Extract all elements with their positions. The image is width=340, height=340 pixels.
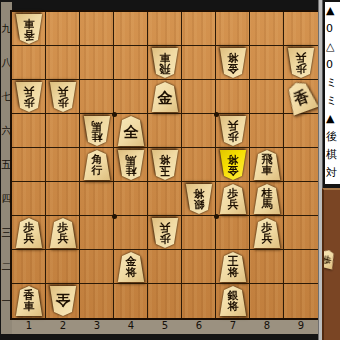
square-4-4[interactable] xyxy=(114,182,148,216)
piece-glyph: 兵 xyxy=(262,233,273,244)
info-line: 後 xyxy=(325,128,340,146)
piece-glyph: 将 xyxy=(228,301,239,312)
square-2-5[interactable] xyxy=(46,148,80,182)
piece-black-knight[interactable]: 桂馬 xyxy=(83,116,111,146)
piece-black-gold[interactable]: 金将 xyxy=(219,48,247,78)
piece-glyph: 歩 xyxy=(228,131,239,142)
square-5-4[interactable] xyxy=(148,182,182,216)
piece-glyph: 兵 xyxy=(296,52,307,63)
rank-label-八: 八 xyxy=(1,56,12,70)
square-2-9[interactable] xyxy=(46,12,80,46)
rank-label-三: 三 xyxy=(1,226,12,240)
square-6-8[interactable] xyxy=(182,46,216,80)
tray-piece-glyph: 歩 xyxy=(322,255,332,266)
piece-glyph: 兵 xyxy=(228,199,239,210)
piece-glyph: 歩 xyxy=(58,97,69,108)
square-1-5[interactable] xyxy=(12,148,46,182)
piece-glyph: 将 xyxy=(126,267,137,278)
piece-glyph: 全 xyxy=(124,125,139,140)
piece-glyph: 車 xyxy=(160,52,171,63)
square-5-2[interactable] xyxy=(148,250,182,284)
hoshi-dot xyxy=(112,214,117,219)
info-line: 対 xyxy=(325,164,340,182)
piece-glyph: 香 xyxy=(292,89,311,108)
square-9-4[interactable] xyxy=(284,182,318,216)
piece-white-pawn[interactable]: 歩兵 xyxy=(253,218,281,248)
piece-glyph: 将 xyxy=(228,154,239,165)
piece-glyph: 桂 xyxy=(92,131,103,142)
square-9-6[interactable] xyxy=(284,114,318,148)
piece-glyph: 兵 xyxy=(24,86,35,97)
file-label-7: 7 xyxy=(216,320,250,332)
piece-glyph: 馬 xyxy=(126,154,137,165)
piece-glyph: 歩 xyxy=(24,97,35,108)
square-6-9[interactable] xyxy=(182,12,216,46)
square-4-1[interactable] xyxy=(114,284,148,318)
piece-white-pawn[interactable]: 歩兵 xyxy=(15,218,43,248)
info-line: △ xyxy=(325,38,340,56)
piece-black-lance[interactable]: 香車 xyxy=(15,14,43,44)
square-7-3[interactable] xyxy=(216,216,250,250)
piece-glyph: 兵 xyxy=(58,86,69,97)
file-label-8: 8 xyxy=(250,320,284,332)
square-3-3[interactable] xyxy=(80,216,114,250)
square-3-2[interactable] xyxy=(80,250,114,284)
square-7-7[interactable] xyxy=(216,80,250,114)
square-9-2[interactable] xyxy=(284,250,318,284)
square-8-1[interactable] xyxy=(250,284,284,318)
piece-glyph: 香 xyxy=(24,29,35,40)
square-3-8[interactable] xyxy=(80,46,114,80)
square-5-9[interactable] xyxy=(148,12,182,46)
piece-white-bishop[interactable]: 角行 xyxy=(83,150,111,180)
square-5-6[interactable] xyxy=(148,114,182,148)
piece-white-gold[interactable]: 金将 xyxy=(117,252,145,282)
info-line: ミ xyxy=(325,92,340,110)
piece-black-pawn[interactable]: 歩兵 xyxy=(151,218,179,248)
file-label-4: 4 xyxy=(114,320,148,332)
piece-white-gold[interactable]: 金 xyxy=(151,82,179,112)
info-line: 0 xyxy=(325,20,340,38)
hoshi-dot xyxy=(214,214,219,219)
piece-glyph: 兵 xyxy=(228,120,239,131)
piece-black-pawn[interactable]: 歩兵 xyxy=(287,48,315,78)
square-1-6[interactable] xyxy=(12,114,46,148)
square-1-8[interactable] xyxy=(12,46,46,80)
piece-white-knight[interactable]: 桂馬 xyxy=(253,184,281,214)
square-8-2[interactable] xyxy=(250,250,284,284)
rank-label-五: 五 xyxy=(1,158,12,172)
square-2-8[interactable] xyxy=(46,46,80,80)
square-9-3[interactable] xyxy=(284,216,318,250)
square-4-8[interactable] xyxy=(114,46,148,80)
info-line: ミ xyxy=(325,74,340,92)
piece-black-king[interactable]: 玉将 xyxy=(151,150,179,180)
piece-black-pawn[interactable]: 歩兵 xyxy=(15,82,43,112)
file-label-5: 5 xyxy=(148,320,182,332)
piece-white-king[interactable]: 王将 xyxy=(219,252,247,282)
piece-black-pawn[interactable]: 歩兵 xyxy=(219,116,247,146)
square-8-7[interactable] xyxy=(250,80,284,114)
square-7-9[interactable] xyxy=(216,12,250,46)
piece-black-pawn[interactable]: 歩兵 xyxy=(49,82,77,112)
piece-white-pawn[interactable]: 歩兵 xyxy=(219,184,247,214)
square-6-6[interactable] xyxy=(182,114,216,148)
file-label-1: 1 xyxy=(12,320,46,332)
rank-label-六: 六 xyxy=(1,124,12,138)
piece-glyph: 馬 xyxy=(262,199,273,210)
square-6-5[interactable] xyxy=(182,148,216,182)
piece-black-knight[interactable]: 桂馬 xyxy=(117,150,145,180)
file-label-9: 9 xyxy=(284,320,318,332)
square-6-1[interactable] xyxy=(182,284,216,318)
captured-piece-tray[interactable]: 歩 xyxy=(322,188,340,340)
piece-glyph: 将 xyxy=(228,52,239,63)
square-3-7[interactable] xyxy=(80,80,114,114)
tray-piece[interactable]: 歩 xyxy=(322,248,337,269)
piece-glyph: 金 xyxy=(228,63,239,74)
square-6-7[interactable] xyxy=(182,80,216,114)
piece-white-silver[interactable]: 銀将 xyxy=(219,286,247,316)
game-info-panel: ▲0△0ミミ▲後棋対 xyxy=(323,2,340,184)
piece-black-rook[interactable]: 飛車 xyxy=(151,48,179,78)
square-3-4[interactable] xyxy=(80,182,114,216)
square-6-3[interactable] xyxy=(182,216,216,250)
info-line: 0 xyxy=(325,56,340,74)
square-9-1[interactable] xyxy=(284,284,318,318)
square-9-5[interactable] xyxy=(284,148,318,182)
square-8-9[interactable] xyxy=(250,12,284,46)
square-1-4[interactable] xyxy=(12,182,46,216)
square-4-3[interactable] xyxy=(114,216,148,250)
piece-glyph: 兵 xyxy=(24,233,35,244)
info-line: ▲ xyxy=(325,2,340,20)
piece-glyph: 車 xyxy=(24,301,35,312)
piece-glyph: 歩 xyxy=(296,63,307,74)
file-label-3: 3 xyxy=(80,320,114,332)
rank-label-一: 一 xyxy=(1,294,12,308)
square-2-4[interactable] xyxy=(46,182,80,216)
square-8-6[interactable] xyxy=(250,114,284,148)
piece-glyph: 金 xyxy=(158,91,173,106)
piece-glyph: 全 xyxy=(56,292,71,307)
shogi-app-window: 香車飛車金将歩兵歩兵歩兵桂馬歩兵桂馬玉将金将銀将歩兵全香金全角行飛車歩兵桂馬歩兵… xyxy=(0,0,340,340)
piece-glyph: 兵 xyxy=(58,233,69,244)
square-5-1[interactable] xyxy=(148,284,182,318)
square-1-2[interactable] xyxy=(12,250,46,284)
piece-glyph: 将 xyxy=(194,188,205,199)
square-4-7[interactable] xyxy=(114,80,148,114)
piece-white-lance[interactable]: 香車 xyxy=(15,286,43,316)
piece-glyph: 車 xyxy=(24,18,35,29)
square-8-8[interactable] xyxy=(250,46,284,80)
piece-glyph: 桂 xyxy=(126,165,137,176)
rank-label-四: 四 xyxy=(1,192,12,206)
square-3-1[interactable] xyxy=(80,284,114,318)
piece-glyph: 将 xyxy=(228,267,239,278)
piece-glyph: 銀 xyxy=(194,199,205,210)
rank-label-七: 七 xyxy=(1,90,12,104)
info-line: 棋 xyxy=(325,146,340,164)
piece-glyph: 玉 xyxy=(160,165,171,176)
square-4-9[interactable] xyxy=(114,12,148,46)
square-3-9[interactable] xyxy=(80,12,114,46)
rank-label-九: 九 xyxy=(1,22,12,36)
piece-glyph: 馬 xyxy=(92,120,103,131)
piece-glyph: 飛 xyxy=(160,63,171,74)
shogi-board: 香車飛車金将歩兵歩兵歩兵桂馬歩兵桂馬玉将金将銀将歩兵全香金全角行飛車歩兵桂馬歩兵… xyxy=(10,10,320,320)
info-line: ▲ xyxy=(325,110,340,128)
square-2-6[interactable] xyxy=(46,114,80,148)
rank-label-二: 二 xyxy=(1,260,12,274)
square-2-2[interactable] xyxy=(46,250,80,284)
piece-glyph: 将 xyxy=(160,154,171,165)
square-6-2[interactable] xyxy=(182,250,216,284)
file-label-2: 2 xyxy=(46,320,80,332)
piece-white-promoted-silver[interactable]: 全 xyxy=(117,116,145,146)
piece-black-gold[interactable]: 金将 xyxy=(219,150,247,180)
piece-glyph: 行 xyxy=(92,165,103,176)
piece-white-pawn[interactable]: 歩兵 xyxy=(49,218,77,248)
file-label-6: 6 xyxy=(182,320,216,332)
piece-white-rook[interactable]: 飛車 xyxy=(253,150,281,180)
piece-glyph: 金 xyxy=(228,165,239,176)
piece-black-promoted-silver[interactable]: 全 xyxy=(49,286,77,316)
piece-black-silver[interactable]: 銀将 xyxy=(185,184,213,214)
piece-glyph: 車 xyxy=(262,165,273,176)
piece-glyph: 歩 xyxy=(160,233,171,244)
square-9-9[interactable] xyxy=(284,12,318,46)
piece-glyph: 兵 xyxy=(160,222,171,233)
